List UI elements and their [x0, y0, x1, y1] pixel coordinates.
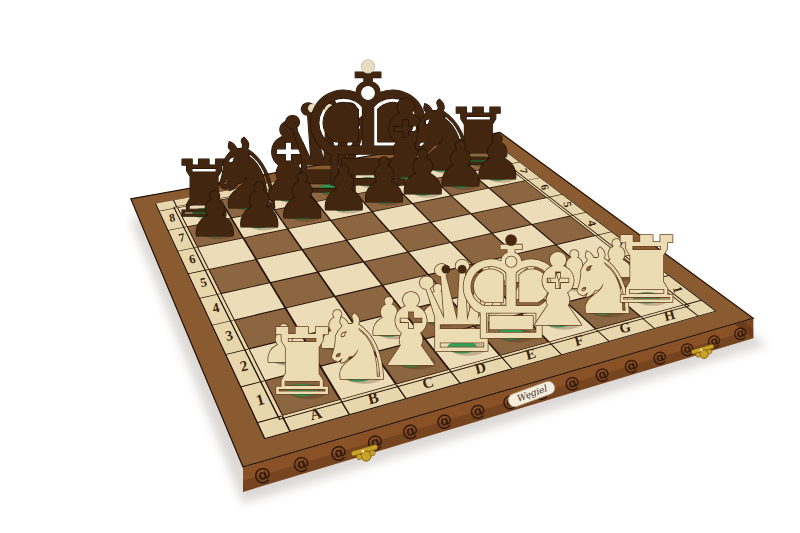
piece-white-rook-h1[interactable]: ♜	[605, 217, 687, 324]
piece-black-pawn-h7[interactable]: ♟	[469, 121, 525, 194]
chess-set-photo: @@@@@@@@@@@@@@@@@@@@@@@@@@WęgielAABBCCDD…	[0, 0, 800, 533]
king-finial-tip	[361, 60, 375, 74]
queen-crown-tip	[442, 265, 451, 274]
chessboard: @@@@@@@@@@@@@@@@@@@@@@@@@@WęgielAABBCCDD…	[0, 0, 800, 533]
